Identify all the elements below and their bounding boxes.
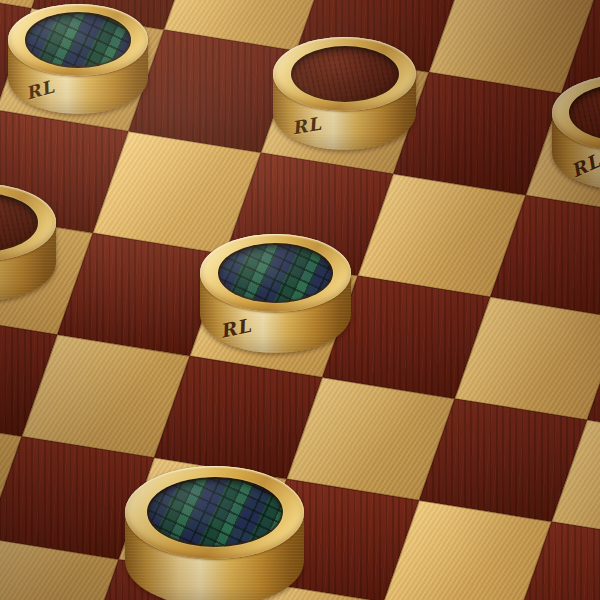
- checker-wood[interactable]: RL: [552, 75, 600, 190]
- checker-tartan[interactable]: RL: [200, 234, 351, 353]
- checker-wood[interactable]: RL: [273, 37, 416, 150]
- tartan-inlay: [25, 12, 132, 67]
- checker-tartan[interactable]: RL: [8, 4, 148, 115]
- checker-tartan[interactable]: [125, 466, 304, 600]
- monogram-engraving: RL: [291, 114, 323, 137]
- tartan-inlay: [147, 477, 283, 548]
- tartan-inlay: [218, 243, 333, 303]
- checker-wood[interactable]: [0, 184, 56, 300]
- checkers-photo-scene: RLRLRLRL: [0, 0, 600, 600]
- mahogany-inlay: [291, 46, 400, 102]
